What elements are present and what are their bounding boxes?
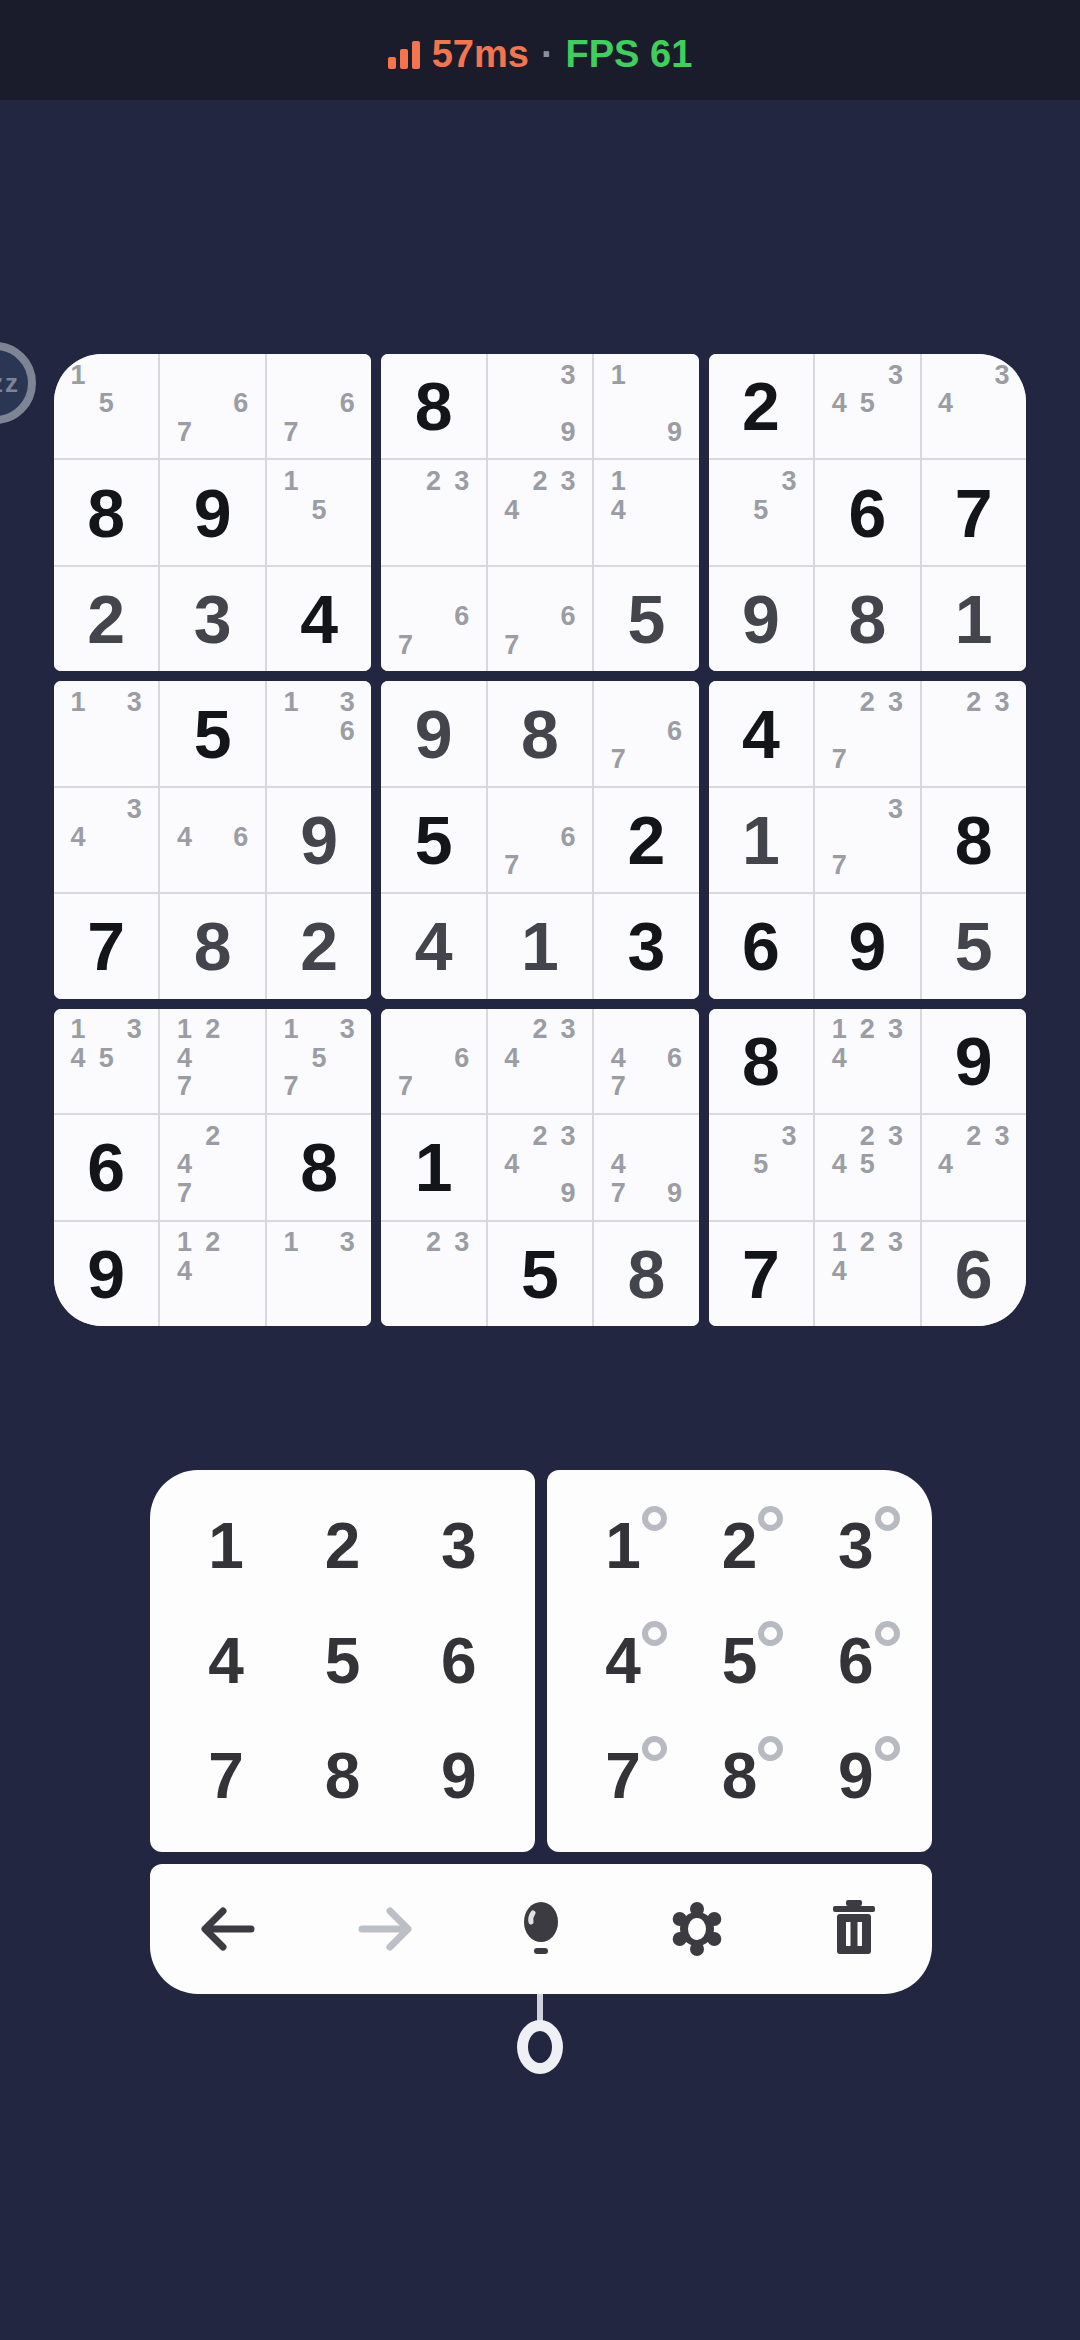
note-key-4[interactable]: 4 [565, 1603, 681, 1718]
box-3: 2345343567981 [709, 354, 1026, 671]
given-digit: 8 [415, 372, 453, 440]
cell-r9c8[interactable]: 1234 [815, 1222, 919, 1326]
fps-label: FPS 61 [566, 33, 693, 76]
entered-digit: 3 [194, 585, 232, 653]
given-digit: 9 [194, 479, 232, 547]
cell-r8c7[interactable]: 35 [709, 1115, 813, 1219]
given-digit: 3 [628, 912, 666, 980]
cell-r2c6[interactable]: 14 [594, 460, 698, 564]
entered-digit: 6 [955, 1240, 993, 1308]
cell-r2c7[interactable]: 35 [709, 460, 813, 564]
note-key-8[interactable]: 8 [681, 1719, 797, 1834]
key-digit: 8 [325, 1744, 361, 1808]
redo-button[interactable] [350, 1894, 420, 1964]
cell-r7c6[interactable]: 467 [594, 1009, 698, 1113]
cell-r8c1[interactable]: 6 [54, 1115, 158, 1219]
pencil-marks: 34 [932, 361, 1016, 446]
pause-badge-label: zz [0, 368, 20, 399]
cell-r2c8[interactable]: 6 [815, 460, 919, 564]
cell-r6c5[interactable]: 1 [488, 894, 592, 998]
cell-r1c8[interactable]: 345 [815, 354, 919, 458]
cell-r1c2[interactable]: 67 [160, 354, 264, 458]
pause-badge[interactable]: zz [0, 342, 36, 424]
cell-r3c8[interactable]: 8 [815, 567, 919, 671]
box-7: 13451247135762478912413 [54, 1009, 371, 1326]
entered-digit: 1 [521, 912, 559, 980]
pencil-marks: 39 [498, 361, 582, 446]
note-key-2[interactable]: 2 [681, 1488, 797, 1603]
cell-r4c4[interactable]: 9 [381, 681, 485, 785]
cell-r9c7[interactable]: 7 [709, 1222, 813, 1326]
cell-r9c1[interactable]: 9 [54, 1222, 158, 1326]
cell-r5c6[interactable]: 2 [594, 788, 698, 892]
cell-r3c3[interactable]: 4 [267, 567, 371, 671]
given-digit: 5 [521, 1240, 559, 1308]
cell-r3c7[interactable]: 9 [709, 567, 813, 671]
cell-r1c5[interactable]: 39 [488, 354, 592, 458]
pencil-marks: 1234 [825, 1016, 909, 1101]
number-pad-normal: 123456789 [150, 1470, 535, 1852]
cell-r4c7[interactable]: 4 [709, 681, 813, 785]
note-key-3[interactable]: 3 [798, 1488, 914, 1603]
cell-r1c3[interactable]: 67 [267, 354, 371, 458]
performance-overlay: 57ms · FPS 61 [0, 30, 1080, 78]
box-5: 98675672413 [381, 681, 698, 998]
cell-r8c6[interactable]: 479 [594, 1115, 698, 1219]
pencil-marks: 479 [604, 1122, 688, 1207]
cell-r2c2[interactable]: 9 [160, 460, 264, 564]
entered-digit: 9 [300, 806, 338, 874]
pencil-marks: 13 [277, 1229, 361, 1314]
digit-key-4[interactable]: 4 [168, 1603, 284, 1718]
digit-key-5[interactable]: 5 [284, 1603, 400, 1718]
cell-r7c4[interactable]: 67 [381, 1009, 485, 1113]
box-8: 67234467123494792358 [381, 1009, 698, 1326]
entered-digit: 8 [628, 1240, 666, 1308]
cell-r9c2[interactable]: 124 [160, 1222, 264, 1326]
digit-key-6[interactable]: 6 [401, 1603, 517, 1718]
cell-r3c1[interactable]: 2 [54, 567, 158, 671]
entered-digit: 2 [87, 585, 125, 653]
pencil-marks: 67 [498, 795, 582, 880]
entered-digit: 8 [848, 585, 886, 653]
digit-key-2[interactable]: 2 [284, 1488, 400, 1603]
box-1: 1567678915234 [54, 354, 371, 671]
given-digit: 6 [742, 912, 780, 980]
undo-button[interactable] [193, 1894, 263, 1964]
pencil-marks: 136 [277, 688, 361, 773]
pencil-marks: 1234 [825, 1229, 909, 1314]
settings-button[interactable] [662, 1894, 732, 1964]
pencil-marks: 67 [391, 574, 475, 659]
note-key-6[interactable]: 6 [798, 1603, 914, 1718]
key-digit: 6 [838, 1629, 874, 1693]
pencil-marks: 2349 [498, 1122, 582, 1207]
key-digit: 2 [325, 1514, 361, 1578]
cell-r9c5[interactable]: 5 [488, 1222, 592, 1326]
pencil-marks: 124 [170, 1229, 254, 1314]
entered-digit: 5 [628, 585, 666, 653]
pencil-marks: 234 [498, 467, 582, 552]
frame-time-label: 57ms [432, 33, 529, 76]
cell-r8c9[interactable]: 234 [922, 1115, 1026, 1219]
cell-r5c2[interactable]: 46 [160, 788, 264, 892]
lightbulb-icon [515, 1901, 567, 1957]
cell-r4c1[interactable]: 13 [54, 681, 158, 785]
key-digit: 2 [722, 1514, 758, 1578]
given-digit: 7 [742, 1240, 780, 1308]
pencil-marks: 14 [604, 467, 688, 552]
entered-digit: 1 [742, 806, 780, 874]
key-digit: 9 [838, 1744, 874, 1808]
pencil-marks: 13 [64, 688, 148, 773]
digit-key-9[interactable]: 9 [401, 1719, 517, 1834]
entered-digit: 9 [415, 700, 453, 768]
cell-r3c2[interactable]: 3 [160, 567, 264, 671]
cell-r4c2[interactable]: 5 [160, 681, 264, 785]
cell-r4c5[interactable]: 8 [488, 681, 592, 785]
cell-r2c9[interactable]: 7 [922, 460, 1026, 564]
cell-r5c7[interactable]: 1 [709, 788, 813, 892]
cell-r9c3[interactable]: 13 [267, 1222, 371, 1326]
cell-r6c6[interactable]: 3 [594, 894, 698, 998]
given-digit: 6 [87, 1133, 125, 1201]
delete-button[interactable] [819, 1894, 889, 1964]
cell-r8c3[interactable]: 8 [267, 1115, 371, 1219]
digit-key-1[interactable]: 1 [168, 1488, 284, 1603]
arrow-left-icon [199, 1905, 257, 1953]
cell-r4c6[interactable]: 67 [594, 681, 698, 785]
cell-r8c2[interactable]: 247 [160, 1115, 264, 1219]
gear-icon [668, 1900, 726, 1958]
cell-r9c9[interactable]: 6 [922, 1222, 1026, 1326]
cell-r6c1[interactable]: 7 [54, 894, 158, 998]
given-digit: 8 [742, 1027, 780, 1095]
cell-r4c3[interactable]: 136 [267, 681, 371, 785]
given-digit: 1 [415, 1133, 453, 1201]
pencil-marks: 15 [64, 361, 148, 446]
cell-r9c6[interactable]: 8 [594, 1222, 698, 1326]
cell-r7c8[interactable]: 1234 [815, 1009, 919, 1113]
cell-r6c4[interactable]: 4 [381, 894, 485, 998]
given-digit: 4 [742, 700, 780, 768]
given-digit: 9 [87, 1240, 125, 1308]
pencil-marks: 23 [391, 467, 475, 552]
digit-key-8[interactable]: 8 [284, 1719, 400, 1834]
cell-r5c8[interactable]: 37 [815, 788, 919, 892]
number-pad-notes: 123456789 [547, 1470, 932, 1852]
cell-r6c9[interactable]: 5 [922, 894, 1026, 998]
entered-digit: 1 [955, 585, 993, 653]
cell-r6c3[interactable]: 2 [267, 894, 371, 998]
note-key-9[interactable]: 9 [798, 1719, 914, 1834]
given-digit: 8 [300, 1133, 338, 1201]
cell-r4c9[interactable]: 23 [922, 681, 1026, 785]
pencil-marks: 23 [932, 688, 1016, 773]
given-digit: 4 [300, 585, 338, 653]
cell-r6c2[interactable]: 8 [160, 894, 264, 998]
given-digit: 8 [87, 479, 125, 547]
pencil-marks: 67 [391, 1016, 475, 1101]
key-digit: 8 [722, 1744, 758, 1808]
cell-r7c9[interactable]: 9 [922, 1009, 1026, 1113]
cell-r1c1[interactable]: 15 [54, 354, 158, 458]
cell-r4c8[interactable]: 237 [815, 681, 919, 785]
entered-digit: 8 [521, 700, 559, 768]
note-key-1[interactable]: 1 [565, 1488, 681, 1603]
note-key-7[interactable]: 7 [565, 1719, 681, 1834]
given-digit: 5 [194, 700, 232, 768]
entered-digit: 5 [955, 912, 993, 980]
cell-r8c5[interactable]: 2349 [488, 1115, 592, 1219]
hint-button[interactable] [506, 1894, 576, 1964]
key-digit: 5 [722, 1629, 758, 1693]
key-digit: 3 [838, 1514, 874, 1578]
cell-r1c7[interactable]: 2 [709, 354, 813, 458]
pencil-marks: 1345 [64, 1016, 148, 1101]
digit-key-3[interactable]: 3 [401, 1488, 517, 1603]
entered-digit: 4 [415, 912, 453, 980]
key-digit: 4 [605, 1629, 641, 1693]
cell-r8c4[interactable]: 1 [381, 1115, 485, 1219]
cell-r5c3[interactable]: 9 [267, 788, 371, 892]
cell-r7c5[interactable]: 234 [488, 1009, 592, 1113]
toolbar [150, 1864, 932, 1994]
drawer-handle[interactable] [517, 2020, 563, 2074]
pencil-marks: 467 [604, 1016, 688, 1101]
box-2: 83919232341467675 [381, 354, 698, 671]
box-6: 4237231378695 [709, 681, 1026, 998]
given-digit: 2 [742, 372, 780, 440]
cell-r8c8[interactable]: 2345 [815, 1115, 919, 1219]
cell-r5c9[interactable]: 8 [922, 788, 1026, 892]
cell-r7c2[interactable]: 1247 [160, 1009, 264, 1113]
entered-digit: 2 [300, 912, 338, 980]
given-digit: 9 [955, 1027, 993, 1095]
pencil-marks: 19 [604, 361, 688, 446]
cell-r6c8[interactable]: 9 [815, 894, 919, 998]
cell-r3c9[interactable]: 1 [922, 567, 1026, 671]
digit-key-7[interactable]: 7 [168, 1719, 284, 1834]
cell-r5c1[interactable]: 34 [54, 788, 158, 892]
pencil-marks: 67 [498, 574, 582, 659]
pencil-marks: 234 [498, 1016, 582, 1101]
key-digit: 1 [208, 1514, 244, 1578]
given-digit: 7 [955, 479, 993, 547]
pencil-marks: 46 [170, 795, 254, 880]
key-digit: 9 [441, 1744, 477, 1808]
pencil-marks: 67 [170, 361, 254, 446]
key-digit: 7 [605, 1744, 641, 1808]
separator-dot: · [541, 33, 554, 76]
pencil-marks: 247 [170, 1122, 254, 1207]
cell-r3c5[interactable]: 67 [488, 567, 592, 671]
cell-r1c6[interactable]: 19 [594, 354, 698, 458]
key-digit: 5 [325, 1629, 361, 1693]
pencil-marks: 67 [604, 688, 688, 773]
cell-r7c3[interactable]: 1357 [267, 1009, 371, 1113]
given-digit: 2 [628, 806, 666, 874]
given-digit: 7 [87, 912, 125, 980]
pencil-marks: 67 [277, 361, 361, 446]
cell-r2c4[interactable]: 23 [381, 460, 485, 564]
pencil-marks: 15 [277, 467, 361, 552]
cell-r7c1[interactable]: 1345 [54, 1009, 158, 1113]
key-digit: 1 [605, 1514, 641, 1578]
cell-r5c4[interactable]: 5 [381, 788, 485, 892]
pencil-marks: 35 [719, 467, 803, 552]
entered-digit: 8 [194, 912, 232, 980]
entered-digit: 9 [742, 585, 780, 653]
pencil-marks: 237 [825, 688, 909, 773]
cell-r3c4[interactable]: 67 [381, 567, 485, 671]
cell-r6c7[interactable]: 6 [709, 894, 813, 998]
given-digit: 9 [848, 912, 886, 980]
given-digit: 5 [415, 806, 453, 874]
key-digit: 3 [441, 1514, 477, 1578]
pencil-marks: 234 [932, 1122, 1016, 1207]
cell-r1c9[interactable]: 34 [922, 354, 1026, 458]
key-digit: 4 [208, 1629, 244, 1693]
key-digit: 6 [441, 1629, 477, 1693]
arrow-right-icon [356, 1905, 414, 1953]
cell-r2c3[interactable]: 15 [267, 460, 371, 564]
pencil-marks: 1357 [277, 1016, 361, 1101]
given-digit: 6 [848, 479, 886, 547]
box-4: 13513634469782 [54, 681, 371, 998]
pencil-marks: 23 [391, 1229, 475, 1314]
cell-r2c1[interactable]: 8 [54, 460, 158, 564]
cell-r5c5[interactable]: 67 [488, 788, 592, 892]
cell-r3c6[interactable]: 5 [594, 567, 698, 671]
sudoku-board: 1567678915234839192323414676752345343567… [54, 354, 1026, 1326]
pencil-marks: 34 [64, 795, 148, 880]
cell-r7c7[interactable]: 8 [709, 1009, 813, 1113]
note-key-5[interactable]: 5 [681, 1603, 797, 1718]
pencil-marks: 35 [719, 1122, 803, 1207]
trash-icon [829, 1900, 879, 1958]
pencil-marks: 1247 [170, 1016, 254, 1101]
pencil-marks: 37 [825, 795, 909, 880]
cell-r9c4[interactable]: 23 [381, 1222, 485, 1326]
key-digit: 7 [208, 1744, 244, 1808]
given-digit: 8 [955, 806, 993, 874]
pencil-marks: 2345 [825, 1122, 909, 1207]
cell-r2c5[interactable]: 234 [488, 460, 592, 564]
box-9: 812349352345234712346 [709, 1009, 1026, 1326]
pencil-marks: 345 [825, 361, 909, 446]
cell-r1c4[interactable]: 8 [381, 354, 485, 458]
bar-chart-icon [388, 39, 420, 69]
